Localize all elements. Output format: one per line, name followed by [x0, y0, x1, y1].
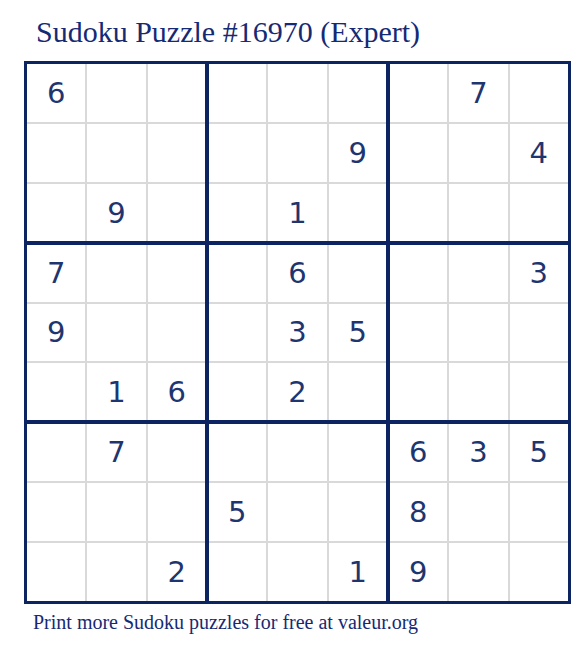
- cell-r2c6[interactable]: 9: [329, 124, 387, 182]
- cell-r8c5[interactable]: [268, 483, 326, 541]
- cell-r6c6[interactable]: [329, 363, 387, 421]
- cell-r6c2[interactable]: 1: [87, 363, 145, 421]
- cell-r9c5[interactable]: [268, 543, 326, 601]
- box-divider-horizontal-2: [27, 420, 568, 424]
- cell-r6c1[interactable]: [27, 363, 85, 421]
- cell-r1c7[interactable]: [389, 64, 447, 122]
- cell-r3c8[interactable]: [449, 184, 507, 242]
- cell-r4c2[interactable]: [87, 244, 145, 302]
- cell-r4c8[interactable]: [449, 244, 507, 302]
- cell-r2c9[interactable]: 4: [510, 124, 568, 182]
- cell-r4c3[interactable]: [148, 244, 206, 302]
- cell-r2c1[interactable]: [27, 124, 85, 182]
- box-divider-vertical-1: [205, 64, 209, 601]
- cell-r1c4[interactable]: [208, 64, 266, 122]
- cell-r5c9[interactable]: [510, 304, 568, 362]
- cell-r7c9[interactable]: 5: [510, 423, 568, 481]
- cell-r5c6[interactable]: 5: [329, 304, 387, 362]
- sudoku-board: 679491763935162763558219: [24, 61, 571, 604]
- cell-r2c2[interactable]: [87, 124, 145, 182]
- cell-r7c8[interactable]: 3: [449, 423, 507, 481]
- cell-r1c2[interactable]: [87, 64, 145, 122]
- cell-r3c3[interactable]: [148, 184, 206, 242]
- cell-r1c6[interactable]: [329, 64, 387, 122]
- cell-r8c6[interactable]: [329, 483, 387, 541]
- cell-r3c6[interactable]: [329, 184, 387, 242]
- cell-r5c1[interactable]: 9: [27, 304, 85, 362]
- cell-r5c3[interactable]: [148, 304, 206, 362]
- cell-r3c7[interactable]: [389, 184, 447, 242]
- cell-r7c3[interactable]: [148, 423, 206, 481]
- cell-r8c9[interactable]: [510, 483, 568, 541]
- cell-r6c7[interactable]: [389, 363, 447, 421]
- cell-r9c1[interactable]: [27, 543, 85, 601]
- cell-r3c4[interactable]: [208, 184, 266, 242]
- cell-r2c3[interactable]: [148, 124, 206, 182]
- box-divider-vertical-2: [386, 64, 390, 601]
- cell-r7c1[interactable]: [27, 423, 85, 481]
- cell-r9c7[interactable]: 9: [389, 543, 447, 601]
- cell-r1c3[interactable]: [148, 64, 206, 122]
- page: Sudoku Puzzle #16970 (Expert) 6794917639…: [0, 0, 580, 651]
- cell-r6c3[interactable]: 6: [148, 363, 206, 421]
- cell-r7c6[interactable]: [329, 423, 387, 481]
- cell-r4c6[interactable]: [329, 244, 387, 302]
- cell-r4c7[interactable]: [389, 244, 447, 302]
- cell-r3c2[interactable]: 9: [87, 184, 145, 242]
- cell-r8c7[interactable]: 8: [389, 483, 447, 541]
- cell-r9c6[interactable]: 1: [329, 543, 387, 601]
- cell-r6c9[interactable]: [510, 363, 568, 421]
- cell-r8c1[interactable]: [27, 483, 85, 541]
- cell-r5c8[interactable]: [449, 304, 507, 362]
- cell-r7c7[interactable]: 6: [389, 423, 447, 481]
- cell-r8c3[interactable]: [148, 483, 206, 541]
- cell-r5c2[interactable]: [87, 304, 145, 362]
- cell-r2c5[interactable]: [268, 124, 326, 182]
- cell-r1c8[interactable]: 7: [449, 64, 507, 122]
- cell-r2c4[interactable]: [208, 124, 266, 182]
- cell-r9c3[interactable]: 2: [148, 543, 206, 601]
- cell-r8c2[interactable]: [87, 483, 145, 541]
- cell-r9c8[interactable]: [449, 543, 507, 601]
- cell-r3c5[interactable]: 1: [268, 184, 326, 242]
- cell-r5c7[interactable]: [389, 304, 447, 362]
- cell-r9c2[interactable]: [87, 543, 145, 601]
- cell-r9c4[interactable]: [208, 543, 266, 601]
- cell-r1c1[interactable]: 6: [27, 64, 85, 122]
- cell-r2c7[interactable]: [389, 124, 447, 182]
- cell-r4c1[interactable]: 7: [27, 244, 85, 302]
- cell-r6c8[interactable]: [449, 363, 507, 421]
- cell-r7c2[interactable]: 7: [87, 423, 145, 481]
- cell-r1c5[interactable]: [268, 64, 326, 122]
- cell-r5c5[interactable]: 3: [268, 304, 326, 362]
- cell-r4c5[interactable]: 6: [268, 244, 326, 302]
- cell-r4c4[interactable]: [208, 244, 266, 302]
- cell-r8c4[interactable]: 5: [208, 483, 266, 541]
- cell-r4c9[interactable]: 3: [510, 244, 568, 302]
- cell-r7c5[interactable]: [268, 423, 326, 481]
- cell-r6c5[interactable]: 2: [268, 363, 326, 421]
- cell-r7c4[interactable]: [208, 423, 266, 481]
- cell-r3c1[interactable]: [27, 184, 85, 242]
- cell-r3c9[interactable]: [510, 184, 568, 242]
- cell-r1c9[interactable]: [510, 64, 568, 122]
- box-divider-horizontal-1: [27, 241, 568, 245]
- cell-r9c9[interactable]: [510, 543, 568, 601]
- puzzle-title: Sudoku Puzzle #16970 (Expert): [36, 15, 420, 48]
- cell-r8c8[interactable]: [449, 483, 507, 541]
- cell-r6c4[interactable]: [208, 363, 266, 421]
- cell-r5c4[interactable]: [208, 304, 266, 362]
- cell-r2c8[interactable]: [449, 124, 507, 182]
- footer-text: Print more Sudoku puzzles for free at va…: [33, 611, 418, 634]
